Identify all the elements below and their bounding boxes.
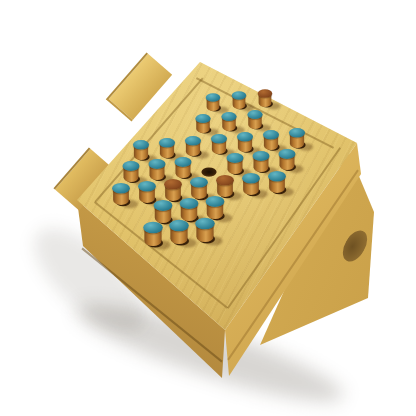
peg-top-teal	[143, 221, 163, 233]
peg-top-teal	[159, 138, 175, 148]
peg-teal-top[interactable]	[143, 221, 163, 245]
peg-teal-top[interactable]	[221, 112, 236, 131]
peg-wood-top[interactable]	[258, 89, 272, 107]
peg-top-wood	[258, 89, 272, 98]
peg-teal-top[interactable]	[195, 217, 215, 241]
peg-top-teal	[112, 182, 130, 193]
empty-center-hole[interactable]	[202, 168, 217, 177]
peg-teal-top[interactable]	[289, 128, 305, 148]
peg-top-teal	[138, 180, 156, 191]
peg-teal-top[interactable]	[232, 91, 246, 109]
peg-top-teal	[195, 114, 210, 123]
peg-top-teal	[123, 161, 140, 171]
peg-wood-top[interactable]	[216, 174, 234, 196]
peg-teal-top[interactable]	[169, 219, 189, 243]
peg-teal-top[interactable]	[279, 149, 296, 170]
peg-teal-top[interactable]	[242, 172, 260, 194]
peg-teal-top[interactable]	[195, 114, 210, 133]
peg-teal-top[interactable]	[211, 134, 227, 154]
peg-top-teal	[180, 198, 199, 209]
peg-teal-top[interactable]	[206, 93, 220, 111]
peg-layer	[0, 0, 416, 416]
peg-solitaire-product-photo	[0, 0, 416, 416]
peg-teal-top[interactable]	[227, 153, 244, 174]
peg-top-teal	[185, 136, 201, 146]
peg-top-teal	[289, 128, 305, 138]
peg-top-teal	[232, 91, 246, 100]
peg-top-teal	[268, 170, 286, 181]
peg-teal-top[interactable]	[263, 130, 279, 150]
peg-teal-top[interactable]	[268, 170, 286, 192]
peg-teal-top[interactable]	[175, 157, 192, 178]
peg-top-wood	[164, 178, 182, 189]
peg-top-teal	[133, 140, 149, 150]
peg-top-teal	[237, 132, 253, 142]
peg-top-teal	[206, 196, 225, 207]
peg-top-teal	[211, 134, 227, 144]
peg-top-teal	[190, 176, 208, 187]
peg-top-teal	[169, 219, 189, 231]
peg-top-teal	[253, 151, 270, 161]
peg-top-teal	[154, 200, 173, 211]
peg-teal-top[interactable]	[133, 140, 149, 160]
peg-top-teal	[195, 217, 215, 229]
peg-teal-top[interactable]	[159, 138, 175, 158]
peg-teal-top[interactable]	[253, 151, 270, 172]
peg-top-teal	[175, 157, 192, 167]
peg-teal-top[interactable]	[112, 182, 130, 204]
peg-teal-top[interactable]	[237, 132, 253, 152]
peg-top-teal	[221, 112, 236, 121]
peg-teal-top[interactable]	[123, 161, 140, 182]
peg-top-teal	[279, 149, 296, 159]
peg-top-teal	[247, 110, 262, 119]
peg-top-teal	[263, 130, 279, 140]
peg-teal-top[interactable]	[185, 136, 201, 156]
peg-teal-top[interactable]	[149, 159, 166, 180]
peg-teal-top[interactable]	[206, 196, 225, 219]
peg-top-teal	[149, 159, 166, 169]
peg-teal-top[interactable]	[247, 110, 262, 129]
peg-top-teal	[206, 93, 220, 102]
peg-top-teal	[242, 172, 260, 183]
peg-top-wood	[216, 174, 234, 185]
peg-top-teal	[227, 153, 244, 163]
